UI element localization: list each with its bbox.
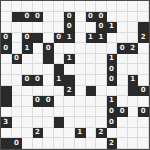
cell-r10c8[interactable] [86, 107, 97, 118]
cell-r4c7[interactable] [75, 43, 86, 54]
cell-r1c6[interactable]: 0 [64, 12, 75, 23]
cell-r12c11[interactable] [117, 128, 128, 139]
cell-r13c6[interactable] [64, 138, 75, 149]
cell-r9c12[interactable] [128, 96, 139, 107]
cell-r13c13[interactable] [138, 138, 149, 149]
cell-r11c7[interactable] [75, 117, 86, 128]
cell-r0c1[interactable] [12, 1, 23, 12]
cell-r7c0[interactable] [1, 75, 12, 86]
cell-r9c4[interactable]: 0 [43, 96, 54, 107]
cell-r6c11[interactable] [117, 64, 128, 75]
cell-r6c1[interactable] [12, 64, 23, 75]
cell-r3c5[interactable]: 0 [54, 33, 65, 44]
cell-r12c8[interactable] [86, 128, 97, 139]
cell-r0c5[interactable] [54, 1, 65, 12]
cell-r3c4[interactable] [43, 33, 54, 44]
cell-r0c12[interactable] [128, 1, 139, 12]
cell-r10c11[interactable]: 0 [117, 107, 128, 118]
cell-r5c12[interactable] [128, 54, 139, 65]
cell-r1c11[interactable] [117, 12, 128, 23]
cell-r7c6[interactable] [64, 75, 75, 86]
cell-r3c8[interactable]: 1 [86, 33, 97, 44]
cell-r11c4[interactable] [43, 117, 54, 128]
cell-r11c10[interactable]: 0 [107, 117, 118, 128]
cell-r1c3[interactable]: 0 [33, 12, 44, 23]
cell-r2c13[interactable] [138, 22, 149, 33]
cell-r7c3[interactable]: 0 [33, 75, 44, 86]
cell-r0c11[interactable] [117, 1, 128, 12]
cell-r0c4[interactable] [43, 1, 54, 12]
puzzle-board-frame: 0000000100011120100201100010120001000302… [0, 0, 150, 150]
cell-r13c1[interactable]: 0 [12, 138, 23, 149]
cell-r10c3[interactable] [33, 107, 44, 118]
cell-r10c2[interactable] [22, 107, 33, 118]
cell-r9c5[interactable] [54, 96, 65, 107]
cell-r2c8[interactable] [86, 22, 97, 33]
cell-r2c12[interactable] [128, 22, 139, 33]
cell-r1c7[interactable] [75, 12, 86, 23]
cell-r9c6[interactable] [64, 96, 75, 107]
cell-r1c9[interactable]: 0 [96, 12, 107, 23]
cell-r7c4[interactable] [43, 75, 54, 86]
cell-r9c9[interactable] [96, 96, 107, 107]
cell-r13c2[interactable] [22, 138, 33, 149]
cell-r1c2[interactable]: 0 [22, 12, 33, 23]
cell-r1c10[interactable] [107, 12, 118, 23]
cell-r8c2[interactable] [22, 86, 33, 97]
cell-r12c0[interactable] [1, 128, 12, 139]
cell-r11c2[interactable] [22, 117, 33, 128]
cell-r7c12[interactable]: 1 [128, 75, 139, 86]
cell-r7c8[interactable] [86, 75, 97, 86]
cell-r11c3[interactable] [33, 117, 44, 128]
cell-r10c4[interactable] [43, 107, 54, 118]
cell-r10c12[interactable] [128, 107, 139, 118]
cell-r8c7[interactable] [75, 86, 86, 97]
cell-r5c0[interactable] [1, 54, 12, 65]
cell-r5c5[interactable] [54, 54, 65, 65]
cell-r5c2[interactable] [22, 54, 33, 65]
cell-r2c9[interactable]: 0 [96, 22, 107, 33]
cell-r2c7[interactable] [75, 22, 86, 33]
cell-r6c2[interactable] [22, 64, 33, 75]
cell-r6c3[interactable] [33, 64, 44, 75]
cell-r1c12[interactable] [128, 12, 139, 23]
cell-r9c8[interactable] [86, 96, 97, 107]
cell-r13c3[interactable] [33, 138, 44, 149]
cell-r10c1[interactable] [12, 107, 23, 118]
cell-r5c3[interactable] [33, 54, 44, 65]
cell-r0c7[interactable] [75, 1, 86, 12]
cell-r3c9[interactable]: 1 [96, 33, 107, 44]
cell-r7c7[interactable] [75, 75, 86, 86]
cell-r6c9[interactable] [96, 64, 107, 75]
cell-r1c1[interactable] [12, 12, 23, 23]
cell-r3c0[interactable]: 0 [1, 33, 12, 44]
cell-r13c12[interactable] [128, 138, 139, 149]
cell-r12c4[interactable] [43, 128, 54, 139]
cell-r5c11[interactable] [117, 54, 128, 65]
cell-r3c13[interactable]: 2 [138, 33, 149, 44]
cell-r6c13[interactable] [138, 64, 149, 75]
cell-r9c0[interactable] [1, 96, 12, 107]
cell-r8c9[interactable] [96, 86, 107, 97]
cell-r3c10[interactable] [107, 33, 118, 44]
cell-r2c5[interactable] [54, 22, 65, 33]
cell-r9c7[interactable] [75, 96, 86, 107]
cell-r10c5[interactable] [54, 107, 65, 118]
cell-r0c2[interactable] [22, 1, 33, 12]
cell-r3c2[interactable]: 0 [22, 33, 33, 44]
cell-r7c11[interactable] [117, 75, 128, 86]
cell-r10c6[interactable] [64, 107, 75, 118]
cell-r4c1[interactable] [12, 43, 23, 54]
cell-r4c13[interactable] [138, 43, 149, 54]
cell-r10c7[interactable] [75, 107, 86, 118]
cell-r13c7[interactable] [75, 138, 86, 149]
cell-r11c5[interactable] [54, 117, 65, 128]
cell-r8c8[interactable] [86, 86, 97, 97]
cell-r13c8[interactable] [86, 138, 97, 149]
cell-r0c13[interactable] [138, 1, 149, 12]
cell-r0c3[interactable] [33, 1, 44, 12]
cell-r4c5[interactable] [54, 43, 65, 54]
cell-r6c5[interactable] [54, 64, 65, 75]
cell-r3c3[interactable] [33, 33, 44, 44]
cell-r4c12[interactable]: 2 [128, 43, 139, 54]
cell-r1c8[interactable]: 0 [86, 12, 97, 23]
cell-r11c8[interactable] [86, 117, 97, 128]
cell-r4c6[interactable] [64, 43, 75, 54]
cell-r8c4[interactable] [43, 86, 54, 97]
cell-r10c0[interactable] [1, 107, 12, 118]
cell-r7c2[interactable]: 0 [22, 75, 33, 86]
cell-r9c10[interactable]: 1 [107, 96, 118, 107]
cell-r8c11[interactable] [117, 86, 128, 97]
cell-r13c5[interactable] [54, 138, 65, 149]
cell-r11c0[interactable]: 3 [1, 117, 12, 128]
cell-r0c8[interactable] [86, 1, 97, 12]
cell-r4c8[interactable] [86, 43, 97, 54]
cell-r7c5[interactable]: 1 [54, 75, 65, 86]
cell-r2c1[interactable] [12, 22, 23, 33]
cell-r11c11[interactable] [117, 117, 128, 128]
cell-r8c0[interactable] [1, 86, 12, 97]
cell-r6c0[interactable] [1, 64, 12, 75]
cell-r12c9[interactable]: 2 [96, 128, 107, 139]
cell-r5c1[interactable]: 0 [12, 54, 23, 65]
cell-r0c9[interactable] [96, 1, 107, 12]
cell-r1c0[interactable] [1, 12, 12, 23]
cell-r2c6[interactable]: 0 [64, 22, 75, 33]
cell-r11c1[interactable] [12, 117, 23, 128]
cell-r11c13[interactable] [138, 117, 149, 128]
cell-r7c1[interactable] [12, 75, 23, 86]
cell-r2c11[interactable] [117, 22, 128, 33]
puzzle-board: 0000000100011120100201100010120001000302… [1, 1, 149, 149]
cell-r12c7[interactable]: 1 [75, 128, 86, 139]
cell-r13c4[interactable] [43, 138, 54, 149]
cell-r10c13[interactable]: 0 [138, 107, 149, 118]
cell-r2c4[interactable] [43, 22, 54, 33]
cell-r12c12[interactable] [128, 128, 139, 139]
cell-r13c10[interactable]: 2 [107, 138, 118, 149]
cell-r10c9[interactable] [96, 107, 107, 118]
cell-r9c3[interactable]: 0 [33, 96, 44, 107]
cell-r8c1[interactable] [12, 86, 23, 97]
cell-r4c11[interactable]: 0 [117, 43, 128, 54]
cell-r6c12[interactable] [128, 64, 139, 75]
cell-r6c10[interactable]: 0 [107, 64, 118, 75]
cell-r2c3[interactable] [33, 22, 44, 33]
cell-r4c2[interactable]: 1 [22, 43, 33, 54]
cell-r4c3[interactable] [33, 43, 44, 54]
cell-r12c2[interactable] [22, 128, 33, 139]
cell-r7c13[interactable] [138, 75, 149, 86]
cell-r13c0[interactable] [1, 138, 12, 149]
cell-r5c8[interactable] [86, 54, 97, 65]
cell-r2c0[interactable] [1, 22, 12, 33]
cell-r6c7[interactable] [75, 64, 86, 75]
cell-r12c13[interactable] [138, 128, 149, 139]
cell-r12c3[interactable]: 2 [33, 128, 44, 139]
cell-r4c4[interactable]: 0 [43, 43, 54, 54]
cell-r4c9[interactable] [96, 43, 107, 54]
cell-r3c12[interactable] [128, 33, 139, 44]
cell-r5c9[interactable] [96, 54, 107, 65]
cell-r0c6[interactable] [64, 1, 75, 12]
cell-r12c6[interactable] [64, 128, 75, 139]
cell-r8c3[interactable] [33, 86, 44, 97]
cell-r8c13[interactable]: 0 [138, 86, 149, 97]
cell-r8c5[interactable] [54, 86, 65, 97]
cell-r3c6[interactable]: 1 [64, 33, 75, 44]
cell-r2c2[interactable] [22, 22, 33, 33]
cell-r5c7[interactable] [75, 54, 86, 65]
cell-r5c13[interactable] [138, 54, 149, 65]
cell-r9c11[interactable] [117, 96, 128, 107]
cell-r6c8[interactable] [86, 64, 97, 75]
cell-r5c10[interactable]: 1 [107, 54, 118, 65]
cell-r0c10[interactable] [107, 1, 118, 12]
cell-r3c1[interactable] [12, 33, 23, 44]
cell-r7c9[interactable] [96, 75, 107, 86]
cell-r6c6[interactable] [64, 64, 75, 75]
cell-r9c1[interactable] [12, 96, 23, 107]
cell-r10c10[interactable]: 0 [107, 107, 118, 118]
cell-r11c6[interactable] [64, 117, 75, 128]
cell-r3c11[interactable] [117, 33, 128, 44]
cell-r5c6[interactable]: 1 [64, 54, 75, 65]
cell-r2c10[interactable]: 1 [107, 22, 118, 33]
cell-r4c10[interactable] [107, 43, 118, 54]
cell-r6c4[interactable] [43, 64, 54, 75]
cell-r11c9[interactable] [96, 117, 107, 128]
cell-r4c0[interactable]: 0 [1, 43, 12, 54]
cell-r12c5[interactable] [54, 128, 65, 139]
cell-r8c10[interactable] [107, 86, 118, 97]
cell-r12c1[interactable] [12, 128, 23, 139]
cell-r8c6[interactable]: 2 [64, 86, 75, 97]
cell-r5c4[interactable] [43, 54, 54, 65]
cell-r0c0[interactable] [1, 1, 12, 12]
cell-r7c10[interactable]: 0 [107, 75, 118, 86]
cell-r1c13[interactable] [138, 12, 149, 23]
cell-r1c4[interactable] [43, 12, 54, 23]
cell-r9c2[interactable] [22, 96, 33, 107]
cell-r3c7[interactable] [75, 33, 86, 44]
cell-r12c10[interactable] [107, 128, 118, 139]
cell-r13c9[interactable] [96, 138, 107, 149]
cell-r1c5[interactable] [54, 12, 65, 23]
cell-r13c11[interactable] [117, 138, 128, 149]
cell-r9c13[interactable] [138, 96, 149, 107]
cell-r11c12[interactable] [128, 117, 139, 128]
cell-r8c12[interactable] [128, 86, 139, 97]
